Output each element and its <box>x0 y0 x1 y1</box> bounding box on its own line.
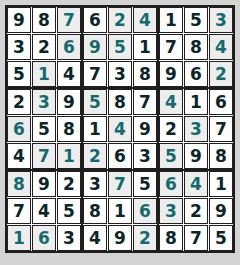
cell-r9c2[interactable]: 6 <box>32 225 56 251</box>
cell-r1c9[interactable]: 3 <box>209 7 233 33</box>
cell-r5c8[interactable]: 3 <box>184 116 208 142</box>
cell-r7c5[interactable]: 7 <box>108 171 132 197</box>
cell-r2c6[interactable]: 1 <box>133 34 157 60</box>
cell-r8c3[interactable]: 5 <box>57 198 81 224</box>
sudoku-box-1: 987326514 <box>7 7 81 87</box>
cell-r1c2[interactable]: 8 <box>32 7 56 33</box>
cell-r6c2[interactable]: 7 <box>32 143 56 169</box>
cell-r8c5[interactable]: 1 <box>108 198 132 224</box>
cell-r9c6[interactable]: 2 <box>133 225 157 251</box>
sudoku-box-6: 416237598 <box>159 89 233 169</box>
cell-r5c6[interactable]: 9 <box>133 116 157 142</box>
cell-r5c4[interactable]: 1 <box>83 116 107 142</box>
cell-r2c2[interactable]: 2 <box>32 34 56 60</box>
sudoku-box-3: 153784962 <box>159 7 233 87</box>
cell-r1c1[interactable]: 9 <box>7 7 31 33</box>
cell-r9c8[interactable]: 7 <box>184 225 208 251</box>
cell-r8c8[interactable]: 2 <box>184 198 208 224</box>
cell-r5c1[interactable]: 6 <box>7 116 31 142</box>
cell-r2c3[interactable]: 6 <box>57 34 81 60</box>
cell-r7c8[interactable]: 4 <box>184 171 208 197</box>
cell-r4c8[interactable]: 1 <box>184 89 208 115</box>
cell-r2c1[interactable]: 3 <box>7 34 31 60</box>
cell-r3c7[interactable]: 9 <box>159 61 183 87</box>
cell-r4c6[interactable]: 7 <box>133 89 157 115</box>
sudoku-box-4: 239658471 <box>7 89 81 169</box>
cell-r9c9[interactable]: 5 <box>209 225 233 251</box>
cell-r6c5[interactable]: 6 <box>108 143 132 169</box>
cell-r4c2[interactable]: 3 <box>32 89 56 115</box>
cell-r4c9[interactable]: 6 <box>209 89 233 115</box>
cell-r7c3[interactable]: 2 <box>57 171 81 197</box>
cell-r3c1[interactable]: 5 <box>7 61 31 87</box>
sudoku-board: 9873265146249517381537849622396584715871… <box>5 5 235 253</box>
cell-r6c6[interactable]: 3 <box>133 143 157 169</box>
cell-r3c6[interactable]: 8 <box>133 61 157 87</box>
cell-r6c8[interactable]: 9 <box>184 143 208 169</box>
cell-r6c7[interactable]: 5 <box>159 143 183 169</box>
cell-r8c6[interactable]: 6 <box>133 198 157 224</box>
cell-r1c7[interactable]: 1 <box>159 7 183 33</box>
cell-r9c4[interactable]: 4 <box>83 225 107 251</box>
cell-r4c4[interactable]: 5 <box>83 89 107 115</box>
cell-r7c9[interactable]: 1 <box>209 171 233 197</box>
cell-r9c3[interactable]: 3 <box>57 225 81 251</box>
cell-r1c6[interactable]: 4 <box>133 7 157 33</box>
sudoku-box-8: 375816492 <box>83 171 157 251</box>
cell-r3c8[interactable]: 6 <box>184 61 208 87</box>
cell-r8c4[interactable]: 8 <box>83 198 107 224</box>
cell-r3c9[interactable]: 2 <box>209 61 233 87</box>
cell-r6c3[interactable]: 1 <box>57 143 81 169</box>
cell-r8c7[interactable]: 3 <box>159 198 183 224</box>
cell-r2c7[interactable]: 7 <box>159 34 183 60</box>
sudoku-box-5: 587149263 <box>83 89 157 169</box>
cell-r2c4[interactable]: 9 <box>83 34 107 60</box>
cell-r1c4[interactable]: 6 <box>83 7 107 33</box>
cell-r7c7[interactable]: 6 <box>159 171 183 197</box>
cell-r8c9[interactable]: 9 <box>209 198 233 224</box>
cell-r7c2[interactable]: 9 <box>32 171 56 197</box>
cell-r2c5[interactable]: 5 <box>108 34 132 60</box>
sudoku-page: 9873265146249517381537849622396584715871… <box>0 0 240 253</box>
cell-r6c4[interactable]: 2 <box>83 143 107 169</box>
cell-r4c1[interactable]: 2 <box>7 89 31 115</box>
cell-r1c8[interactable]: 5 <box>184 7 208 33</box>
cell-r7c6[interactable]: 5 <box>133 171 157 197</box>
sudoku-box-2: 624951738 <box>83 7 157 87</box>
cell-r9c5[interactable]: 9 <box>108 225 132 251</box>
cell-r3c4[interactable]: 7 <box>83 61 107 87</box>
cell-r5c5[interactable]: 4 <box>108 116 132 142</box>
cell-r3c3[interactable]: 4 <box>57 61 81 87</box>
cell-r8c2[interactable]: 4 <box>32 198 56 224</box>
cell-r4c5[interactable]: 8 <box>108 89 132 115</box>
cell-r5c7[interactable]: 2 <box>159 116 183 142</box>
cell-r7c4[interactable]: 3 <box>83 171 107 197</box>
cell-r3c2[interactable]: 1 <box>32 61 56 87</box>
cell-r2c9[interactable]: 4 <box>209 34 233 60</box>
cell-r5c9[interactable]: 7 <box>209 116 233 142</box>
cell-r9c7[interactable]: 8 <box>159 225 183 251</box>
cell-r5c2[interactable]: 5 <box>32 116 56 142</box>
cell-r2c8[interactable]: 8 <box>184 34 208 60</box>
cell-r3c5[interactable]: 3 <box>108 61 132 87</box>
cell-r4c7[interactable]: 4 <box>159 89 183 115</box>
cell-r8c1[interactable]: 7 <box>7 198 31 224</box>
cell-r9c1[interactable]: 1 <box>7 225 31 251</box>
sudoku-box-7: 892745163 <box>7 171 81 251</box>
cell-r5c3[interactable]: 8 <box>57 116 81 142</box>
cell-r6c9[interactable]: 8 <box>209 143 233 169</box>
cell-r6c1[interactable]: 4 <box>7 143 31 169</box>
cell-r1c5[interactable]: 2 <box>108 7 132 33</box>
cell-r1c3[interactable]: 7 <box>57 7 81 33</box>
sudoku-box-9: 641329875 <box>159 171 233 251</box>
cell-r7c1[interactable]: 8 <box>7 171 31 197</box>
cell-r4c3[interactable]: 9 <box>57 89 81 115</box>
